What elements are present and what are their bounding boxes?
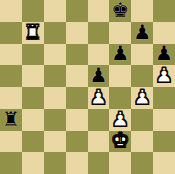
square-h1[interactable] [153, 152, 175, 174]
square-f3[interactable]: ♟︎ [109, 109, 131, 131]
square-h5[interactable]: ♟︎ [153, 65, 175, 87]
square-b1[interactable] [22, 152, 44, 174]
square-c1[interactable] [44, 152, 66, 174]
square-a8[interactable] [0, 0, 22, 22]
black-king[interactable]: ♚︎ [111, 0, 129, 20]
square-e6[interactable] [88, 44, 110, 66]
square-a4[interactable] [0, 87, 22, 109]
square-e7[interactable] [88, 22, 110, 44]
chess-board-window: ♚︎♜︎♟︎♟︎♟︎♟︎♟︎♟︎♟︎♜︎♟︎♚︎ [0, 0, 175, 174]
square-a2[interactable] [0, 131, 22, 153]
square-c3[interactable] [44, 109, 66, 131]
square-g6[interactable] [131, 44, 153, 66]
square-h8[interactable] [153, 0, 175, 22]
square-f7[interactable] [109, 22, 131, 44]
black-pawn[interactable]: ♟︎ [111, 44, 129, 64]
white-rook[interactable]: ♜︎ [24, 22, 42, 42]
square-a6[interactable] [0, 44, 22, 66]
square-a1[interactable] [0, 152, 22, 174]
white-pawn[interactable]: ♟︎ [133, 87, 151, 107]
square-g3[interactable] [131, 109, 153, 131]
square-f2[interactable]: ♚︎ [109, 131, 131, 153]
square-h2[interactable] [153, 131, 175, 153]
square-d2[interactable] [66, 131, 88, 153]
square-f8[interactable]: ♚︎ [109, 0, 131, 22]
square-d1[interactable] [66, 152, 88, 174]
square-c8[interactable] [44, 0, 66, 22]
square-c6[interactable] [44, 44, 66, 66]
white-pawn[interactable]: ♟︎ [155, 65, 173, 85]
square-b4[interactable] [22, 87, 44, 109]
square-c4[interactable] [44, 87, 66, 109]
square-c5[interactable] [44, 65, 66, 87]
square-h7[interactable] [153, 22, 175, 44]
square-h3[interactable] [153, 109, 175, 131]
black-pawn[interactable]: ♟︎ [133, 22, 151, 42]
square-e8[interactable] [88, 0, 110, 22]
square-f1[interactable] [109, 152, 131, 174]
square-g4[interactable]: ♟︎ [131, 87, 153, 109]
square-b2[interactable] [22, 131, 44, 153]
square-f5[interactable] [109, 65, 131, 87]
square-a7[interactable] [0, 22, 22, 44]
square-e3[interactable] [88, 109, 110, 131]
black-pawn[interactable]: ♟︎ [155, 44, 173, 64]
square-d6[interactable] [66, 44, 88, 66]
square-c2[interactable] [44, 131, 66, 153]
square-b5[interactable] [22, 65, 44, 87]
square-b3[interactable] [22, 109, 44, 131]
white-pawn[interactable]: ♟︎ [111, 109, 129, 129]
square-e4[interactable]: ♟︎ [88, 87, 110, 109]
square-g7[interactable]: ♟︎ [131, 22, 153, 44]
black-pawn[interactable]: ♟︎ [89, 65, 107, 85]
black-rook[interactable]: ♜︎ [2, 109, 20, 129]
square-c7[interactable] [44, 22, 66, 44]
square-e2[interactable] [88, 131, 110, 153]
square-g5[interactable] [131, 65, 153, 87]
square-d5[interactable] [66, 65, 88, 87]
square-a3[interactable]: ♜︎ [0, 109, 22, 131]
square-b7[interactable]: ♜︎ [22, 22, 44, 44]
square-g2[interactable] [131, 131, 153, 153]
square-g8[interactable] [131, 0, 153, 22]
square-h4[interactable] [153, 87, 175, 109]
square-d3[interactable] [66, 109, 88, 131]
square-e1[interactable] [88, 152, 110, 174]
square-a5[interactable] [0, 65, 22, 87]
white-pawn[interactable]: ♟︎ [89, 87, 107, 107]
chess-board: ♚︎♜︎♟︎♟︎♟︎♟︎♟︎♟︎♟︎♜︎♟︎♚︎ [0, 0, 175, 174]
white-king[interactable]: ♚︎ [111, 131, 129, 151]
square-d7[interactable] [66, 22, 88, 44]
square-g1[interactable] [131, 152, 153, 174]
square-b6[interactable] [22, 44, 44, 66]
square-f4[interactable] [109, 87, 131, 109]
square-f6[interactable]: ♟︎ [109, 44, 131, 66]
square-e5[interactable]: ♟︎ [88, 65, 110, 87]
square-d8[interactable] [66, 0, 88, 22]
square-h6[interactable]: ♟︎ [153, 44, 175, 66]
square-b8[interactable] [22, 0, 44, 22]
square-d4[interactable] [66, 87, 88, 109]
